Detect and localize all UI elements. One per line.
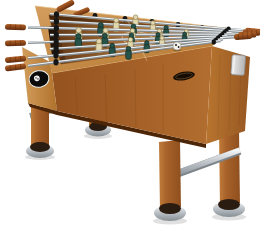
- bumper: [54, 11, 59, 18]
- rod-handle: [5, 63, 27, 71]
- bumper: [54, 45, 59, 52]
- score-cup: [231, 55, 246, 76]
- foosball-table: [0, 0, 260, 229]
- bumper: [212, 39, 216, 44]
- ball: [173, 42, 181, 51]
- rod-handle: [5, 24, 26, 30]
- bumper: [54, 18, 59, 25]
- front-right-leg: [153, 140, 187, 225]
- bumper: [53, 52, 58, 59]
- bumper: [54, 32, 59, 39]
- rod-handle: [5, 55, 26, 63]
- rear-right-leg: [212, 128, 246, 221]
- player-green: [126, 46, 132, 59]
- rod-handle: [234, 33, 252, 40]
- leveler-cap: [218, 199, 240, 210]
- foosball-product-photo: [0, 0, 260, 229]
- rod-handle: [5, 40, 26, 46]
- bumper: [54, 39, 59, 46]
- leveler-cap: [159, 203, 181, 214]
- bumper: [54, 25, 59, 32]
- cabinet-right-end-panel: [206, 46, 250, 144]
- leveler-cap: [30, 142, 50, 152]
- bumper: [53, 59, 58, 66]
